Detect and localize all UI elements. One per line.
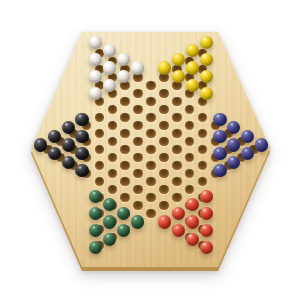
hole[interactable] (185, 153, 195, 163)
hole[interactable] (159, 121, 169, 131)
peg-black[interactable] (34, 138, 47, 151)
peg-red[interactable] (158, 215, 171, 228)
peg-white[interactable] (117, 53, 130, 66)
board (0, 0, 300, 300)
hole[interactable] (146, 193, 156, 203)
hole[interactable] (133, 137, 143, 147)
hole[interactable] (108, 185, 118, 195)
peg-black[interactable] (75, 147, 88, 160)
peg-black[interactable] (75, 164, 88, 177)
peg-red[interactable] (172, 224, 185, 237)
hole[interactable] (108, 121, 118, 131)
hole[interactable] (159, 105, 169, 115)
hole[interactable] (159, 169, 169, 179)
hole[interactable] (172, 193, 182, 203)
peg-navy-blue[interactable] (255, 138, 268, 151)
peg-black[interactable] (75, 130, 88, 143)
peg-navy-blue[interactable] (213, 130, 226, 143)
hole[interactable] (198, 161, 208, 171)
hole[interactable] (146, 129, 156, 139)
hole[interactable] (120, 145, 130, 155)
peg-red[interactable] (200, 241, 213, 254)
peg-navy-blue[interactable] (227, 156, 240, 169)
peg-white[interactable] (103, 79, 116, 92)
peg-green[interactable] (117, 224, 130, 237)
hole[interactable] (185, 185, 195, 195)
peg-yellow[interactable] (200, 36, 213, 49)
hole[interactable] (95, 145, 105, 155)
hole[interactable] (146, 97, 156, 107)
hole[interactable] (108, 105, 118, 115)
hole[interactable] (159, 153, 169, 163)
peg-green[interactable] (103, 233, 116, 246)
hole[interactable] (133, 121, 143, 131)
peg-green[interactable] (117, 207, 130, 220)
hole[interactable] (185, 169, 195, 179)
hole[interactable] (172, 129, 182, 139)
peg-green[interactable] (103, 215, 116, 228)
peg-yellow[interactable] (186, 44, 199, 57)
peg-white[interactable] (89, 36, 102, 49)
peg-green[interactable] (89, 241, 102, 254)
peg-white[interactable] (103, 61, 116, 74)
hole[interactable] (120, 193, 130, 203)
peg-yellow[interactable] (200, 70, 213, 83)
peg-red[interactable] (200, 207, 213, 220)
hole[interactable] (198, 177, 208, 187)
hole[interactable] (198, 113, 208, 123)
peg-red[interactable] (200, 224, 213, 237)
peg-navy-blue[interactable] (227, 138, 240, 151)
hole[interactable] (159, 185, 169, 195)
peg-navy-blue[interactable] (213, 147, 226, 160)
peg-navy-blue[interactable] (241, 147, 254, 160)
peg-navy-blue[interactable] (213, 164, 226, 177)
hole[interactable] (133, 153, 143, 163)
pieces-layer (0, 0, 300, 300)
hole[interactable] (133, 185, 143, 195)
hole[interactable] (95, 161, 105, 171)
hole[interactable] (198, 145, 208, 155)
peg-green[interactable] (89, 207, 102, 220)
peg-white[interactable] (131, 61, 144, 74)
peg-yellow[interactable] (186, 61, 199, 74)
peg-navy-blue[interactable] (227, 121, 240, 134)
peg-yellow[interactable] (158, 61, 171, 74)
hole[interactable] (146, 113, 156, 123)
peg-green[interactable] (131, 215, 144, 228)
hole[interactable] (108, 137, 118, 147)
hole[interactable] (108, 169, 118, 179)
peg-white[interactable] (117, 70, 130, 83)
hole[interactable] (120, 177, 130, 187)
hole[interactable] (120, 113, 130, 123)
hole[interactable] (95, 113, 105, 123)
hole[interactable] (172, 97, 182, 107)
hole[interactable] (95, 129, 105, 139)
chinese-checkers-photo (0, 0, 300, 300)
peg-black[interactable] (48, 130, 61, 143)
hole[interactable] (172, 145, 182, 155)
peg-navy-blue[interactable] (241, 130, 254, 143)
peg-red[interactable] (200, 190, 213, 203)
hole[interactable] (133, 169, 143, 179)
hole[interactable] (146, 209, 156, 219)
peg-red[interactable] (186, 215, 199, 228)
peg-yellow[interactable] (200, 87, 213, 100)
hole[interactable] (172, 177, 182, 187)
peg-black[interactable] (75, 113, 88, 126)
hole[interactable] (185, 121, 195, 131)
hole[interactable] (159, 201, 169, 211)
hole[interactable] (146, 161, 156, 171)
hole[interactable] (172, 161, 182, 171)
hole[interactable] (185, 137, 195, 147)
hole[interactable] (120, 129, 130, 139)
hole[interactable] (120, 161, 130, 171)
hole[interactable] (95, 177, 105, 187)
hole[interactable] (198, 129, 208, 139)
hole[interactable] (133, 105, 143, 115)
peg-navy-blue[interactable] (213, 113, 226, 126)
peg-red[interactable] (186, 198, 199, 211)
peg-yellow[interactable] (172, 70, 185, 83)
hole[interactable] (133, 201, 143, 211)
peg-black[interactable] (62, 156, 75, 169)
hole[interactable] (146, 145, 156, 155)
hole[interactable] (172, 113, 182, 123)
hole[interactable] (146, 177, 156, 187)
hole[interactable] (120, 97, 130, 107)
hole[interactable] (185, 105, 195, 115)
hole[interactable] (159, 137, 169, 147)
hole[interactable] (133, 89, 143, 99)
peg-white[interactable] (103, 44, 116, 57)
peg-yellow[interactable] (186, 79, 199, 92)
peg-yellow[interactable] (200, 53, 213, 66)
peg-yellow[interactable] (172, 53, 185, 66)
hole[interactable] (108, 153, 118, 163)
peg-red[interactable] (172, 207, 185, 220)
peg-green[interactable] (89, 224, 102, 237)
hole[interactable] (146, 81, 156, 91)
peg-white[interactable] (89, 53, 102, 66)
peg-red[interactable] (186, 233, 199, 246)
peg-black[interactable] (62, 138, 75, 151)
hole[interactable] (159, 89, 169, 99)
